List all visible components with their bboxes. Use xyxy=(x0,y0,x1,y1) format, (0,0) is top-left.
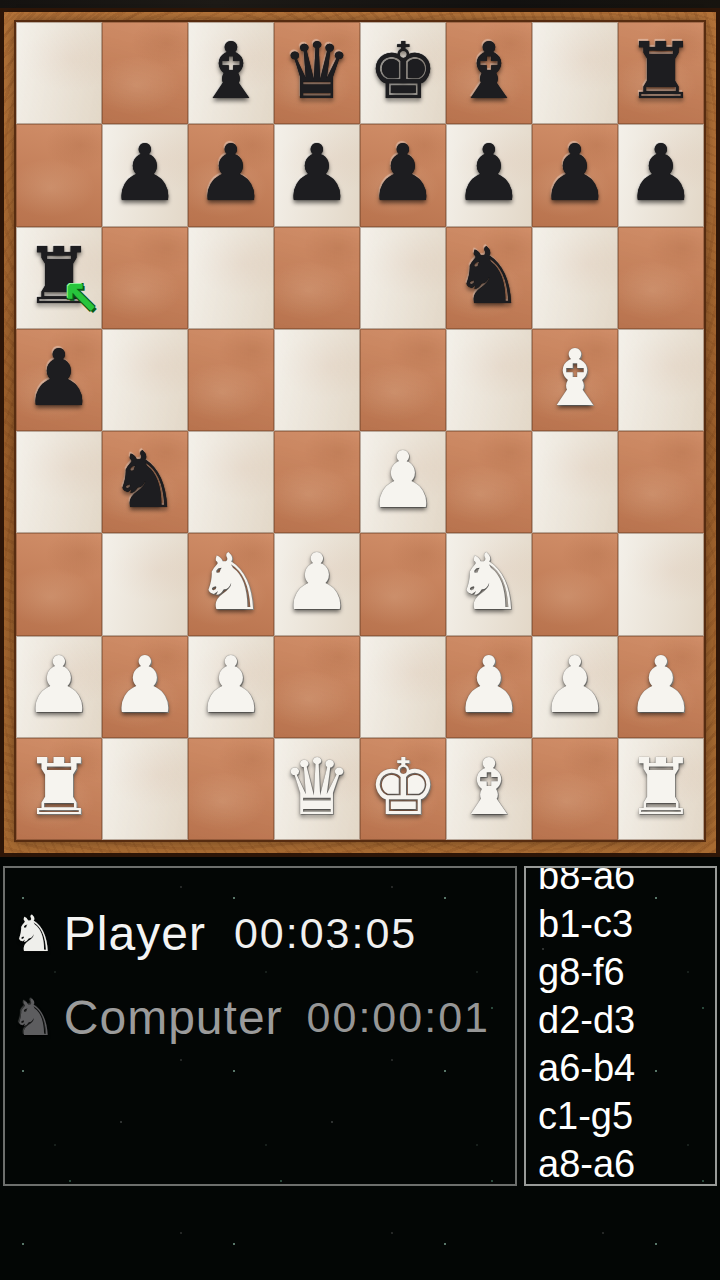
square-g4[interactable] xyxy=(532,431,618,533)
bottom-panel: ♞ Player 00:03:05 ♞ Computer 00:00:01 b8… xyxy=(0,857,720,1280)
square-c2[interactable]: ♟ xyxy=(188,636,274,738)
square-b6[interactable] xyxy=(102,227,188,329)
square-e5[interactable] xyxy=(360,329,446,431)
square-d1[interactable]: ♛ xyxy=(274,738,360,840)
move-item: d2-d3 xyxy=(538,996,715,1044)
white-pawn[interactable]: ♟ xyxy=(24,646,94,724)
square-h8[interactable]: ♜ xyxy=(618,22,704,124)
square-e4[interactable]: ♟ xyxy=(360,431,446,533)
white-knight[interactable]: ♞ xyxy=(196,543,266,621)
white-pawn[interactable]: ♟ xyxy=(110,646,180,724)
square-c8[interactable]: ♝ xyxy=(188,22,274,124)
square-h7[interactable]: ♟ xyxy=(618,124,704,226)
square-c6[interactable] xyxy=(188,227,274,329)
square-d7[interactable]: ♟ xyxy=(274,124,360,226)
white-rook[interactable]: ♜ xyxy=(24,748,94,826)
square-a5[interactable]: ♟ xyxy=(16,329,102,431)
square-a1[interactable]: ♜ xyxy=(16,738,102,840)
square-d2[interactable] xyxy=(274,636,360,738)
computer-name-label: Computer xyxy=(64,990,283,1045)
square-a2[interactable]: ♟ xyxy=(16,636,102,738)
black-pawn[interactable]: ♟ xyxy=(368,134,438,212)
move-item: b8-a6 xyxy=(538,866,715,900)
computer-clock: 00:00:01 xyxy=(307,993,490,1042)
square-b4[interactable]: ♞ xyxy=(102,431,188,533)
square-h2[interactable]: ♟ xyxy=(618,636,704,738)
square-g7[interactable]: ♟ xyxy=(532,124,618,226)
move-item: a8-a6 xyxy=(538,1140,715,1186)
white-rook[interactable]: ♜ xyxy=(626,748,696,826)
black-pawn[interactable]: ♟ xyxy=(540,134,610,212)
square-e8[interactable]: ♚ xyxy=(360,22,446,124)
black-pawn[interactable]: ♟ xyxy=(24,339,94,417)
black-knight[interactable]: ♞ xyxy=(110,441,180,519)
move-list: b8-a6b1-c3g8-f6d2-d3a6-b4c1-g5a8-a6 xyxy=(526,866,715,1186)
square-e3[interactable] xyxy=(360,533,446,635)
move-item: g8-f6 xyxy=(538,948,715,996)
chess-board: ♝♛♚♝♜♟♟♟♟♟♟♟♜↖♞♟♝♞♟♞♟♞♟♟♟♟♟♟♜♛♚♝♜ xyxy=(16,22,704,840)
square-a8[interactable] xyxy=(16,22,102,124)
square-f3[interactable]: ♞ xyxy=(446,533,532,635)
black-pawn[interactable]: ♟ xyxy=(454,134,524,212)
top-strip xyxy=(0,0,720,8)
square-f7[interactable]: ♟ xyxy=(446,124,532,226)
square-f1[interactable]: ♝ xyxy=(446,738,532,840)
square-g1[interactable] xyxy=(532,738,618,840)
last-move-arrow-icon: ↖ xyxy=(61,275,100,321)
black-pawn[interactable]: ♟ xyxy=(196,134,266,212)
square-c4[interactable] xyxy=(188,431,274,533)
square-f4[interactable] xyxy=(446,431,532,533)
square-e1[interactable]: ♚ xyxy=(360,738,446,840)
black-king[interactable]: ♚ xyxy=(368,32,438,110)
square-a3[interactable] xyxy=(16,533,102,635)
square-a6[interactable]: ♜↖ xyxy=(16,227,102,329)
white-king[interactable]: ♚ xyxy=(368,748,438,826)
square-h5[interactable] xyxy=(618,329,704,431)
square-b1[interactable] xyxy=(102,738,188,840)
player-row-white: ♞ Player 00:03:05 xyxy=(11,906,417,961)
square-e6[interactable] xyxy=(360,227,446,329)
move-item: c1-g5 xyxy=(538,1092,715,1140)
square-b5[interactable] xyxy=(102,329,188,431)
square-g8[interactable] xyxy=(532,22,618,124)
square-e2[interactable] xyxy=(360,636,446,738)
square-c3[interactable]: ♞ xyxy=(188,533,274,635)
square-f8[interactable]: ♝ xyxy=(446,22,532,124)
square-d4[interactable] xyxy=(274,431,360,533)
white-knight[interactable]: ♞ xyxy=(454,543,524,621)
white-pawn[interactable]: ♟ xyxy=(282,543,352,621)
black-rook[interactable]: ♜ xyxy=(626,32,696,110)
board-frame: ♝♛♚♝♜♟♟♟♟♟♟♟♜↖♞♟♝♞♟♞♟♞♟♟♟♟♟♟♜♛♚♝♜ xyxy=(0,8,720,857)
white-bishop[interactable]: ♝ xyxy=(540,339,610,417)
black-pawn[interactable]: ♟ xyxy=(110,134,180,212)
white-knight-icon: ♞ xyxy=(11,909,56,959)
square-a4[interactable] xyxy=(16,431,102,533)
square-f5[interactable] xyxy=(446,329,532,431)
player-clock: 00:03:05 xyxy=(234,909,417,958)
square-f2[interactable]: ♟ xyxy=(446,636,532,738)
white-pawn[interactable]: ♟ xyxy=(454,646,524,724)
black-queen[interactable]: ♛ xyxy=(282,32,352,110)
square-d3[interactable]: ♟ xyxy=(274,533,360,635)
black-pawn[interactable]: ♟ xyxy=(282,134,352,212)
square-h4[interactable] xyxy=(618,431,704,533)
black-bishop[interactable]: ♝ xyxy=(454,32,524,110)
black-knight-icon: ♞ xyxy=(11,993,56,1043)
square-a7[interactable] xyxy=(16,124,102,226)
square-e7[interactable]: ♟ xyxy=(360,124,446,226)
white-bishop[interactable]: ♝ xyxy=(454,748,524,826)
square-d6[interactable] xyxy=(274,227,360,329)
black-pawn[interactable]: ♟ xyxy=(626,134,696,212)
white-pawn[interactable]: ♟ xyxy=(626,646,696,724)
square-h3[interactable] xyxy=(618,533,704,635)
square-d5[interactable] xyxy=(274,329,360,431)
square-g2[interactable]: ♟ xyxy=(532,636,618,738)
white-pawn[interactable]: ♟ xyxy=(540,646,610,724)
white-pawn[interactable]: ♟ xyxy=(196,646,266,724)
black-bishop[interactable]: ♝ xyxy=(196,32,266,110)
square-b2[interactable]: ♟ xyxy=(102,636,188,738)
move-list-panel[interactable]: b8-a6b1-c3g8-f6d2-d3a6-b4c1-g5a8-a6 xyxy=(524,866,717,1186)
square-c7[interactable]: ♟ xyxy=(188,124,274,226)
white-pawn[interactable]: ♟ xyxy=(368,441,438,519)
player-row-black: ♞ Computer 00:00:01 xyxy=(11,990,490,1045)
white-queen[interactable]: ♛ xyxy=(282,748,352,826)
square-f6[interactable]: ♞ xyxy=(446,227,532,329)
move-item: b1-c3 xyxy=(538,900,715,948)
move-item: a6-b4 xyxy=(538,1044,715,1092)
black-knight[interactable]: ♞ xyxy=(454,237,524,315)
square-g3[interactable] xyxy=(532,533,618,635)
players-info-panel: ♞ Player 00:03:05 ♞ Computer 00:00:01 xyxy=(3,866,517,1186)
square-g5[interactable]: ♝ xyxy=(532,329,618,431)
square-c1[interactable] xyxy=(188,738,274,840)
square-b7[interactable]: ♟ xyxy=(102,124,188,226)
square-b8[interactable] xyxy=(102,22,188,124)
square-b3[interactable] xyxy=(102,533,188,635)
square-d8[interactable]: ♛ xyxy=(274,22,360,124)
square-h6[interactable] xyxy=(618,227,704,329)
square-c5[interactable] xyxy=(188,329,274,431)
square-h1[interactable]: ♜ xyxy=(618,738,704,840)
player-name-label: Player xyxy=(64,906,206,961)
square-g6[interactable] xyxy=(532,227,618,329)
